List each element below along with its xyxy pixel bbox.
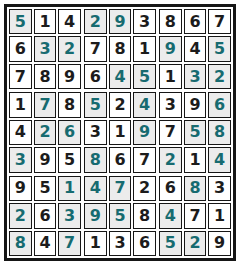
cell-r3c8[interactable]: 3 xyxy=(184,64,207,89)
cell-r2c5[interactable]: 8 xyxy=(109,36,132,61)
cell-r5c6[interactable]: 9 xyxy=(133,120,156,145)
cell-r5c1[interactable]: 4 xyxy=(9,120,32,145)
block-2-2: 524319867 xyxy=(84,92,156,172)
cell-r2c4[interactable]: 7 xyxy=(84,36,107,61)
cell-r1c4[interactable]: 2 xyxy=(84,9,107,34)
cell-r6c2[interactable]: 9 xyxy=(34,147,57,172)
cell-r8c8[interactable]: 7 xyxy=(184,203,207,228)
cell-r1c9[interactable]: 7 xyxy=(208,9,231,34)
cell-r5c7[interactable]: 7 xyxy=(159,120,182,145)
cell-r1c8[interactable]: 6 xyxy=(184,9,207,34)
cell-r3c4[interactable]: 6 xyxy=(84,64,107,89)
cell-r2c6[interactable]: 1 xyxy=(133,36,156,61)
sudoku-board: 5146327892937816458679451321784263955243… xyxy=(4,4,236,261)
cell-r1c7[interactable]: 8 xyxy=(159,9,182,34)
cell-r5c9[interactable]: 8 xyxy=(208,120,231,145)
cell-r7c8[interactable]: 8 xyxy=(184,176,207,201)
cell-r8c2[interactable]: 6 xyxy=(34,203,57,228)
cell-r3c7[interactable]: 1 xyxy=(159,64,182,89)
cell-r4c2[interactable]: 7 xyxy=(34,92,57,117)
cell-r7c7[interactable]: 6 xyxy=(159,176,182,201)
cell-r2c7[interactable]: 9 xyxy=(159,36,182,61)
cell-r4c5[interactable]: 2 xyxy=(109,92,132,117)
cell-r4c6[interactable]: 4 xyxy=(133,92,156,117)
cell-r8c4[interactable]: 9 xyxy=(84,203,107,228)
cell-r3c3[interactable]: 9 xyxy=(58,64,81,89)
cell-r2c2[interactable]: 3 xyxy=(34,36,57,61)
cell-r2c1[interactable]: 6 xyxy=(9,36,32,61)
cell-r9c7[interactable]: 5 xyxy=(159,231,182,256)
cell-r8c1[interactable]: 2 xyxy=(9,203,32,228)
cell-r7c1[interactable]: 9 xyxy=(9,176,32,201)
cell-r2c3[interactable]: 2 xyxy=(58,36,81,61)
cell-r8c6[interactable]: 8 xyxy=(133,203,156,228)
cell-r1c6[interactable]: 3 xyxy=(133,9,156,34)
cell-r2c8[interactable]: 4 xyxy=(184,36,207,61)
cell-r3c5[interactable]: 4 xyxy=(109,64,132,89)
cell-r7c6[interactable]: 2 xyxy=(133,176,156,201)
cell-r3c6[interactable]: 5 xyxy=(133,64,156,89)
block-3-3: 683471529 xyxy=(159,176,231,256)
cell-r6c7[interactable]: 2 xyxy=(159,147,182,172)
cell-r8c3[interactable]: 3 xyxy=(58,203,81,228)
cell-r5c4[interactable]: 3 xyxy=(84,120,107,145)
cell-r6c1[interactable]: 3 xyxy=(9,147,32,172)
cell-r6c9[interactable]: 4 xyxy=(208,147,231,172)
cell-r8c7[interactable]: 4 xyxy=(159,203,182,228)
block-2-1: 178426395 xyxy=(9,92,81,172)
block-3-1: 951263847 xyxy=(9,176,81,256)
cell-r9c2[interactable]: 4 xyxy=(34,231,57,256)
cell-r6c4[interactable]: 8 xyxy=(84,147,107,172)
cell-r4c8[interactable]: 9 xyxy=(184,92,207,117)
cell-r9c5[interactable]: 3 xyxy=(109,231,132,256)
cell-r1c5[interactable]: 9 xyxy=(109,9,132,34)
cell-r1c2[interactable]: 1 xyxy=(34,9,57,34)
cell-r1c1[interactable]: 5 xyxy=(9,9,32,34)
block-3-2: 472958136 xyxy=(84,176,156,256)
cell-r4c7[interactable]: 3 xyxy=(159,92,182,117)
block-1-3: 867945132 xyxy=(159,9,231,89)
cell-r7c3[interactable]: 1 xyxy=(58,176,81,201)
cell-r2c9[interactable]: 5 xyxy=(208,36,231,61)
cell-r8c5[interactable]: 5 xyxy=(109,203,132,228)
cell-r5c8[interactable]: 5 xyxy=(184,120,207,145)
cell-r9c4[interactable]: 1 xyxy=(84,231,107,256)
cell-r3c1[interactable]: 7 xyxy=(9,64,32,89)
cell-r6c5[interactable]: 6 xyxy=(109,147,132,172)
cell-r4c4[interactable]: 5 xyxy=(84,92,107,117)
cell-r9c9[interactable]: 9 xyxy=(208,231,231,256)
cell-r5c5[interactable]: 1 xyxy=(109,120,132,145)
block-2-3: 396758214 xyxy=(159,92,231,172)
cell-r4c3[interactable]: 8 xyxy=(58,92,81,117)
cell-r9c3[interactable]: 7 xyxy=(58,231,81,256)
cell-r6c6[interactable]: 7 xyxy=(133,147,156,172)
cell-r9c1[interactable]: 8 xyxy=(9,231,32,256)
cell-r9c8[interactable]: 2 xyxy=(184,231,207,256)
cell-r7c9[interactable]: 3 xyxy=(208,176,231,201)
cell-r1c3[interactable]: 4 xyxy=(58,9,81,34)
cell-r6c3[interactable]: 5 xyxy=(58,147,81,172)
cell-r3c9[interactable]: 2 xyxy=(208,64,231,89)
cell-r9c6[interactable]: 6 xyxy=(133,231,156,256)
cell-r7c5[interactable]: 7 xyxy=(109,176,132,201)
cell-r6c8[interactable]: 1 xyxy=(184,147,207,172)
block-1-2: 293781645 xyxy=(84,9,156,89)
cell-r7c4[interactable]: 4 xyxy=(84,176,107,201)
cell-r7c2[interactable]: 5 xyxy=(34,176,57,201)
cell-r4c9[interactable]: 6 xyxy=(208,92,231,117)
cell-r8c9[interactable]: 1 xyxy=(208,203,231,228)
cell-r5c2[interactable]: 2 xyxy=(34,120,57,145)
cell-r3c2[interactable]: 8 xyxy=(34,64,57,89)
cell-r4c1[interactable]: 1 xyxy=(9,92,32,117)
cell-r5c3[interactable]: 6 xyxy=(58,120,81,145)
block-1-1: 514632789 xyxy=(9,9,81,89)
